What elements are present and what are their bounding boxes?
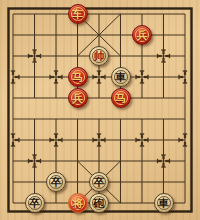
piece-red-soldier[interactable]: 兵 bbox=[132, 25, 152, 45]
piece-character: 马 bbox=[115, 93, 126, 104]
piece-character: 卒 bbox=[51, 177, 62, 188]
piece-character: 帅 bbox=[94, 51, 105, 62]
piece-character: 車 bbox=[115, 72, 126, 83]
piece-wood-cannon[interactable]: 砲 bbox=[89, 193, 109, 213]
xiangqi-board: 车兵帅马車兵马卒卒卒将砲車 bbox=[0, 0, 200, 220]
piece-red-chariot[interactable]: 车 bbox=[68, 4, 88, 24]
piece-character: 兵 bbox=[137, 30, 148, 41]
piece-wood-soldier[interactable]: 卒 bbox=[25, 193, 45, 213]
piece-red-soldier[interactable]: 兵 bbox=[68, 88, 88, 108]
piece-wood-soldier[interactable]: 卒 bbox=[46, 172, 66, 192]
piece-red-horse[interactable]: 马 bbox=[111, 88, 131, 108]
piece-character: 兵 bbox=[72, 93, 83, 104]
piece-wood-general[interactable]: 帅 bbox=[89, 46, 109, 66]
piece-wood-soldier[interactable]: 卒 bbox=[89, 172, 109, 192]
piece-character: 马 bbox=[72, 72, 83, 83]
piece-character: 车 bbox=[72, 9, 83, 20]
piece-character: 将 bbox=[72, 198, 83, 209]
piece-wood-chariot[interactable]: 車 bbox=[154, 193, 174, 213]
piece-character: 卒 bbox=[94, 177, 105, 188]
piece-character: 車 bbox=[158, 198, 169, 209]
piece-red-general[interactable]: 将 bbox=[68, 193, 88, 213]
piece-character: 卒 bbox=[29, 198, 40, 209]
piece-character: 砲 bbox=[94, 198, 105, 209]
piece-red-horse[interactable]: 马 bbox=[68, 67, 88, 87]
piece-wood-chariot[interactable]: 車 bbox=[111, 67, 131, 87]
